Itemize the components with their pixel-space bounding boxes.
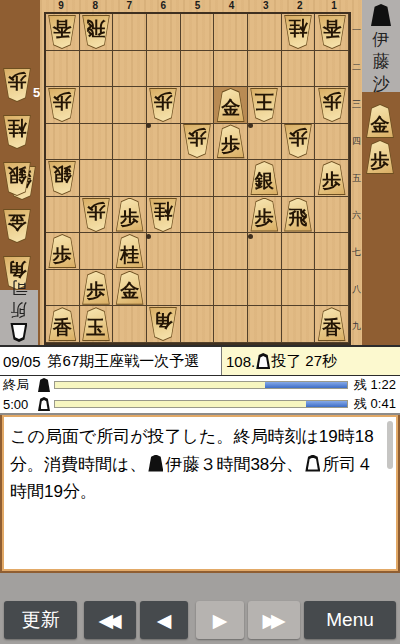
gote-clock-icon — [38, 397, 50, 411]
gote-piece-桂[interactable]: 桂 — [2, 115, 32, 149]
square-1-3[interactable]: 歩 — [315, 87, 349, 124]
square-8-2[interactable] — [80, 51, 114, 88]
sente-piece-玉: 玉 — [81, 307, 111, 341]
square-7-4[interactable] — [113, 124, 147, 161]
gote-piece-桂: 桂 — [148, 198, 178, 232]
square-4-6[interactable] — [214, 197, 248, 234]
sente-piece-銀: 銀 — [249, 161, 279, 195]
gote-player-panel: 所司 — [0, 290, 38, 345]
star-point — [146, 234, 151, 239]
square-1-7[interactable] — [315, 233, 349, 270]
event-name: 第67期王座戦一次予選 — [48, 352, 200, 371]
sente-piece-歩: 歩 — [115, 198, 145, 232]
square-7-7[interactable]: 桂 — [113, 233, 147, 270]
sente-piece-金: 金 — [115, 271, 145, 305]
board-zone: 歩5桂銀銀金角 987654321 一二三四五六七八九 香飛桂香歩歩金王歩歩歩歩… — [0, 0, 400, 345]
file-label-9: 9 — [44, 0, 78, 12]
square-5-8[interactable] — [181, 270, 215, 307]
square-9-8[interactable] — [46, 270, 80, 307]
square-9-4[interactable] — [46, 124, 80, 161]
square-3-3[interactable]: 王 — [248, 87, 282, 124]
sente-hand-panel: 伊藤沙 金歩 — [362, 0, 400, 345]
square-3-2[interactable] — [248, 51, 282, 88]
square-5-6[interactable] — [181, 197, 215, 234]
square-6-8[interactable] — [147, 270, 181, 307]
square-4-7[interactable] — [214, 233, 248, 270]
square-5-2[interactable] — [181, 51, 215, 88]
square-1-1[interactable]: 香 — [315, 14, 349, 51]
comment-scrollbar[interactable] — [387, 421, 393, 469]
rank-labels: 一二三四五六七八九 — [351, 12, 362, 345]
star-point — [248, 123, 253, 128]
square-6-4[interactable] — [147, 124, 181, 161]
square-9-1[interactable]: 香 — [46, 14, 80, 51]
rank-label-5: 五 — [351, 160, 362, 197]
gote-clock-label: 5:00 — [0, 397, 36, 412]
square-2-9[interactable] — [282, 306, 316, 343]
square-8-6[interactable]: 歩 — [80, 197, 114, 234]
sente-piece-香: 香 — [317, 307, 347, 341]
shogi-board: 香飛桂香歩歩金王歩歩歩歩銀銀歩歩歩桂歩飛歩桂歩金香玉角香 — [44, 12, 351, 345]
file-label-5: 5 — [180, 0, 214, 12]
sente-player-panel: 伊藤沙 — [362, 0, 400, 92]
rank-label-2: 二 — [351, 49, 362, 86]
game-date: 09/05 — [3, 353, 41, 370]
gote-piece-桂: 桂 — [283, 15, 313, 49]
step-forward-button[interactable]: ▶ — [196, 601, 244, 639]
gote-piece-香: 香 — [47, 15, 77, 49]
gote-piece-icon — [11, 323, 28, 342]
file-label-6: 6 — [146, 0, 180, 12]
square-7-2[interactable] — [113, 51, 147, 88]
sente-piece-桂: 桂 — [115, 234, 145, 268]
square-3-5[interactable]: 銀 — [248, 160, 282, 197]
gote-piece-歩: 歩 — [317, 88, 347, 122]
square-6-5[interactable] — [147, 160, 181, 197]
square-8-8[interactable]: 歩 — [80, 270, 114, 307]
sente-piece-金[interactable]: 金 — [365, 104, 395, 138]
file-label-7: 7 — [112, 0, 146, 12]
square-3-7[interactable] — [248, 233, 282, 270]
square-2-2[interactable] — [282, 51, 316, 88]
square-4-2[interactable] — [214, 51, 248, 88]
clocks-area: 終局 残 1:22 5:00 残 0:41 — [0, 376, 400, 413]
square-2-4[interactable]: 歩 — [282, 124, 316, 161]
square-5-5[interactable] — [181, 160, 215, 197]
gote-piece-香: 香 — [317, 15, 347, 49]
sente-piece-歩: 歩 — [317, 161, 347, 195]
file-labels: 987654321 — [44, 0, 351, 12]
toolbar: 更新 ◀◀ ◀ ▶ ▶▶ Menu — [0, 573, 400, 644]
white-piece-mark-icon — [305, 455, 320, 472]
gote-piece-銀: 銀 — [47, 161, 77, 195]
square-3-1[interactable] — [248, 14, 282, 51]
square-8-1[interactable]: 飛 — [80, 14, 114, 51]
square-1-8[interactable] — [315, 270, 349, 307]
gote-player-name: 所司 — [11, 275, 28, 320]
square-9-9[interactable]: 香 — [46, 306, 80, 343]
shogi-app: 歩5桂銀銀金角 987654321 一二三四五六七八九 香飛桂香歩歩金王歩歩歩歩… — [0, 0, 400, 644]
event-info: 09/05 第67期王座戦一次予選 — [0, 347, 222, 375]
file-label-4: 4 — [215, 0, 249, 12]
square-3-9[interactable] — [248, 306, 282, 343]
sente-piece-歩: 歩 — [216, 124, 246, 158]
sente-clock-label: 終局 — [0, 376, 36, 394]
sente-time-bar-fill — [265, 382, 347, 388]
square-3-8[interactable] — [248, 270, 282, 307]
square-3-4[interactable] — [248, 124, 282, 161]
gote-piece-歩[interactable]: 歩 — [2, 68, 32, 102]
sente-piece-歩: 歩 — [47, 234, 77, 268]
sente-piece-icon — [371, 4, 391, 26]
square-3-6[interactable]: 歩 — [248, 197, 282, 234]
sente-player-name: 伊藤沙 — [373, 29, 390, 96]
rank-label-9: 九 — [351, 308, 362, 345]
square-1-2[interactable] — [315, 51, 349, 88]
square-2-6[interactable]: 飛 — [282, 197, 316, 234]
square-5-7[interactable] — [181, 233, 215, 270]
square-5-9[interactable] — [181, 306, 215, 343]
gote-piece-歩: 歩 — [148, 88, 178, 122]
square-9-7[interactable]: 歩 — [46, 233, 80, 270]
sente-clock-icon — [38, 378, 50, 392]
refresh-button[interactable]: 更新 — [4, 601, 77, 639]
comment-box[interactable]: この局面で所司が投了した。終局時刻は19時18分。消費時間は、伊藤３時間38分、… — [2, 415, 398, 571]
current-move-display: 108.投了 27秒 — [222, 347, 400, 375]
rank-label-8: 八 — [351, 271, 362, 308]
black-piece-mark-icon — [148, 455, 163, 472]
square-9-2[interactable] — [46, 51, 80, 88]
square-7-9[interactable] — [113, 306, 147, 343]
square-7-6[interactable]: 歩 — [113, 197, 147, 234]
square-7-8[interactable]: 金 — [113, 270, 147, 307]
rank-label-4: 四 — [351, 123, 362, 160]
square-7-3[interactable] — [113, 87, 147, 124]
gote-piece-金[interactable]: 金 — [2, 209, 32, 243]
sente-piece-香: 香 — [47, 307, 77, 341]
square-4-5[interactable] — [214, 160, 248, 197]
file-label-3: 3 — [249, 0, 283, 12]
star-point — [146, 123, 151, 128]
gote-piece-歩: 歩 — [283, 124, 313, 158]
square-8-4[interactable] — [80, 124, 114, 161]
step-back-button[interactable]: ◀ — [140, 601, 188, 639]
sente-piece-歩: 歩 — [81, 271, 111, 305]
square-2-5[interactable] — [282, 160, 316, 197]
square-4-4[interactable]: 歩 — [214, 124, 248, 161]
square-4-3[interactable]: 金 — [214, 87, 248, 124]
gote-piece-歩: 歩 — [182, 124, 212, 158]
sente-time-bar — [54, 381, 348, 389]
square-4-1[interactable] — [214, 14, 248, 51]
sente-piece-飛: 飛 — [283, 198, 313, 232]
sente-piece-歩[interactable]: 歩 — [365, 140, 395, 174]
rank-label-1: 一 — [351, 12, 362, 49]
file-label-1: 1 — [317, 0, 351, 12]
square-7-1[interactable] — [113, 14, 147, 51]
square-2-8[interactable] — [282, 270, 316, 307]
square-6-2[interactable] — [147, 51, 181, 88]
square-4-8[interactable] — [214, 270, 248, 307]
sente-clock-row: 終局 残 1:22 — [0, 376, 400, 394]
square-6-1[interactable] — [147, 14, 181, 51]
gote-piece-王: 王 — [249, 88, 279, 122]
square-6-3[interactable]: 歩 — [147, 87, 181, 124]
gote-clock-row: 5:00 残 0:41 — [0, 395, 400, 413]
gote-piece-角: 角 — [148, 307, 178, 341]
square-1-9[interactable]: 香 — [315, 306, 349, 343]
square-5-1[interactable] — [181, 14, 215, 51]
gote-piece-歩: 歩 — [47, 88, 77, 122]
rank-label-6: 六 — [351, 197, 362, 234]
square-8-7[interactable] — [80, 233, 114, 270]
square-5-3[interactable] — [181, 87, 215, 124]
square-1-5[interactable]: 歩 — [315, 160, 349, 197]
square-1-4[interactable] — [315, 124, 349, 161]
gote-time-remaining: 残 0:41 — [354, 395, 400, 413]
square-9-6[interactable] — [46, 197, 80, 234]
square-2-3[interactable] — [282, 87, 316, 124]
square-8-5[interactable] — [80, 160, 114, 197]
file-label-8: 8 — [78, 0, 112, 12]
square-1-6[interactable] — [315, 197, 349, 234]
comment-text: この局面で所司が投了した。終局時刻は19時18分。消費時間は、伊藤３時間38分、… — [10, 427, 374, 501]
square-2-1[interactable]: 桂 — [282, 14, 316, 51]
square-4-9[interactable] — [214, 306, 248, 343]
star-point — [248, 234, 253, 239]
square-7-5[interactable] — [113, 160, 147, 197]
square-6-9[interactable]: 角 — [147, 306, 181, 343]
gote-piece-飛: 飛 — [81, 15, 111, 49]
gote-piece-歩: 歩 — [81, 198, 111, 232]
square-2-7[interactable] — [282, 233, 316, 270]
sente-piece-歩: 歩 — [249, 198, 279, 232]
gote-time-bar — [54, 400, 348, 408]
sente-time-remaining: 残 1:22 — [354, 376, 400, 394]
square-6-6[interactable]: 桂 — [147, 197, 181, 234]
square-9-3[interactable]: 歩 — [46, 87, 80, 124]
gote-time-bar-fill — [306, 401, 347, 407]
menu-button[interactable]: Menu — [304, 601, 396, 639]
file-label-2: 2 — [283, 0, 317, 12]
square-5-4[interactable]: 歩 — [181, 124, 215, 161]
sente-piece-金: 金 — [216, 88, 246, 122]
square-9-5[interactable]: 銀 — [46, 160, 80, 197]
square-8-3[interactable] — [80, 87, 114, 124]
square-6-7[interactable] — [147, 233, 181, 270]
square-8-9[interactable]: 玉 — [80, 306, 114, 343]
rank-label-3: 三 — [351, 86, 362, 123]
rewind-to-start-button[interactable]: ◀◀ — [84, 601, 136, 639]
white-piece-mark-icon — [256, 353, 270, 369]
forward-to-end-button[interactable]: ▶▶ — [248, 601, 300, 639]
rank-label-7: 七 — [351, 234, 362, 271]
status-bar: 09/05 第67期王座戦一次予選 108.投了 27秒 — [0, 347, 400, 375]
